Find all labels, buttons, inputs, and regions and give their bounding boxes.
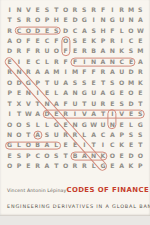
grid-cell: L	[42, 57, 51, 67]
grid-cell: L	[117, 25, 126, 35]
grid-cell: U	[117, 67, 126, 77]
grid-cell: E	[24, 57, 33, 67]
grid-cell: O	[61, 36, 70, 46]
grid-cell: L	[14, 140, 23, 150]
grid-cell: E	[126, 140, 135, 150]
grid-cell: F	[52, 36, 61, 46]
grid-cell: I	[5, 5, 14, 15]
grid-cell: O	[52, 46, 61, 56]
grid-cell: E	[126, 109, 135, 119]
grid-cell: A	[117, 161, 126, 171]
grid-cell: L	[89, 161, 98, 171]
grid-cell: U	[89, 88, 98, 98]
grid-cell: F	[61, 57, 70, 67]
grid-cell: S	[14, 15, 23, 25]
grid-cell: R	[136, 67, 145, 77]
book-cover: INVESTORSRFIRMSTSROPHEDGINGUNARCODESDCAS…	[0, 0, 150, 225]
grid-cell: N	[89, 57, 98, 67]
grid-cell: A	[52, 99, 61, 109]
grid-cell: S	[70, 78, 79, 88]
grid-cell: E	[52, 109, 61, 119]
grid-cell: S	[80, 5, 89, 15]
grid-cell: K	[136, 78, 145, 88]
grid-cell: N	[108, 46, 117, 56]
grid-cell: R	[33, 46, 42, 56]
grid-cell: O	[136, 151, 145, 161]
grid-cell: R	[108, 36, 117, 46]
grid-cell: T	[98, 78, 107, 88]
grid-cell: R	[33, 161, 42, 171]
grid-cell: T	[98, 109, 107, 119]
grid-cell: T	[136, 99, 145, 109]
grid-cell: E	[108, 99, 117, 109]
grid-cell: R	[52, 57, 61, 67]
grid-cell: O	[108, 151, 117, 161]
grid-cell: D	[126, 67, 135, 77]
grid-cell: I	[108, 5, 117, 15]
grid-cell: K	[126, 161, 135, 171]
grid-cell: I	[70, 109, 79, 119]
grid-cell: L	[33, 119, 42, 129]
grid-cell: E	[70, 140, 79, 150]
grid-cell: K	[98, 151, 107, 161]
grid-cell: P	[42, 15, 51, 25]
grid-cell: G	[136, 119, 145, 129]
grid-cell: W	[136, 25, 145, 35]
grid-cell: U	[70, 99, 79, 109]
grid-cell: O	[42, 151, 51, 161]
grid-cell: E	[5, 57, 14, 67]
grid-cell: N	[126, 15, 135, 25]
grid-cell: S	[14, 151, 23, 161]
grid-cell: S	[52, 151, 61, 161]
grid-cell: C	[33, 151, 42, 161]
grid-cell: H	[98, 25, 107, 35]
grid-cell: A	[42, 161, 51, 171]
grid-cell: E	[108, 161, 117, 171]
grid-cell: T	[136, 140, 145, 150]
grid-cell: C	[70, 25, 79, 35]
grid-cell: T	[80, 99, 89, 109]
grid-cell: V	[24, 5, 33, 15]
grid-cell: A	[98, 46, 107, 56]
grid-cell: I	[80, 140, 89, 150]
grid-cell: B	[70, 151, 79, 161]
grid-cell: T	[42, 78, 51, 88]
grid-cell: A	[89, 109, 98, 119]
byline-row: Vincent Antonin Lépinay CODES OF FINANCE	[0, 186, 150, 196]
grid-cell: C	[98, 130, 107, 140]
grid-cell: I	[80, 57, 89, 67]
grid-cell: E	[126, 57, 135, 67]
grid-cell: U	[42, 46, 51, 56]
grid-cell: P	[117, 130, 126, 140]
grid-cell: S	[80, 78, 89, 88]
grid-cell: E	[89, 78, 98, 88]
grid-cell: P	[14, 161, 23, 171]
grid-cell: S	[136, 5, 145, 15]
grid-cell: T	[52, 161, 61, 171]
grid-cell: S	[108, 78, 117, 88]
grid-cell: A	[33, 109, 42, 119]
grid-cell: R	[5, 25, 14, 35]
grid-cell: N	[5, 130, 14, 140]
grid-cell: A	[42, 140, 51, 150]
grid-cell: O	[5, 78, 14, 88]
grid-cell: A	[89, 130, 98, 140]
grid-cell: G	[108, 88, 117, 98]
grid-cell: E	[42, 88, 51, 98]
grid-cell: E	[33, 36, 42, 46]
grid-cell: T	[52, 5, 61, 15]
grid-cell: R	[98, 99, 107, 109]
grid-cell: U	[117, 15, 126, 25]
grid-cell: W	[24, 109, 33, 119]
grid-cell: O	[61, 5, 70, 15]
grid-cell: R	[24, 67, 33, 77]
grid-cell: C	[42, 36, 51, 46]
grid-cell: A	[5, 36, 14, 46]
grid-cell: R	[80, 161, 89, 171]
grid-cell: G	[108, 15, 117, 25]
grid-cell: N	[89, 151, 98, 161]
grid-cell: M	[126, 5, 135, 15]
grid-cell: N	[108, 119, 117, 129]
grid-cell: N	[24, 88, 33, 98]
grid-cell: G	[24, 78, 33, 88]
word-search-grid: INVESTORSRFIRMSTSROPHEDGINGUNARCODESDCAS…	[5, 5, 145, 172]
grid-cell: E	[42, 25, 51, 35]
grid-cell: T	[5, 99, 14, 109]
grid-cell: N	[108, 57, 117, 67]
grid-cell: E	[24, 161, 33, 171]
grid-cell: O	[14, 36, 23, 46]
grid-cell: K	[117, 140, 126, 150]
grid-cell: S	[126, 46, 135, 56]
grid-cell: S	[52, 25, 61, 35]
grid-cell: T	[5, 15, 14, 25]
grid-cell: A	[42, 67, 51, 77]
grid-cell: S	[42, 130, 51, 140]
grid-cell: L	[126, 119, 135, 129]
grid-cell: E	[5, 151, 14, 161]
grid-cell: G	[80, 119, 89, 129]
grid-cell: G	[80, 15, 89, 25]
grid-cell: S	[42, 5, 51, 15]
grid-cell: I	[14, 57, 23, 67]
grid-cell: G	[52, 119, 61, 129]
grid-cell: T	[89, 140, 98, 150]
grid-cell: L	[52, 88, 61, 98]
grid-cell: O	[14, 119, 23, 129]
grid-cell: R	[117, 5, 126, 15]
grid-cell: O	[126, 25, 135, 35]
grid-cell: W	[89, 119, 98, 129]
grid-cell: A	[33, 130, 42, 140]
grid-cell: S	[24, 119, 33, 129]
grid-cell: F	[70, 57, 79, 67]
grid-cell: M	[126, 78, 135, 88]
grid-cell: C	[14, 25, 23, 35]
grid-cell: N	[98, 15, 107, 25]
grid-cell: K	[117, 46, 126, 56]
grid-cell: G	[98, 161, 107, 171]
grid-cell: D	[33, 25, 42, 35]
grid-cell: R	[70, 161, 79, 171]
grid-cell: F	[61, 99, 70, 109]
grid-cell: E	[117, 119, 126, 129]
grid-cell: E	[136, 36, 145, 46]
grid-cell: L	[42, 119, 51, 129]
book-subtitle: ENGINEERING DERIVATIVES IN A GLOBAL BANK	[0, 203, 150, 209]
grid-cell: U	[98, 119, 107, 129]
grid-cell: F	[24, 46, 33, 56]
grid-cell: I	[117, 36, 126, 46]
grid-cell: P	[98, 36, 107, 46]
grid-cell: O	[5, 161, 14, 171]
grid-cell: E	[80, 36, 89, 46]
book-title: CODES OF FINANCE	[66, 186, 149, 194]
grid-cell: R	[70, 5, 79, 15]
grid-cell: E	[14, 88, 23, 98]
grid-cell: V	[80, 109, 89, 119]
grid-cell: R	[14, 46, 23, 56]
grid-cell: A	[98, 57, 107, 67]
grid-cell: N	[70, 119, 79, 129]
grid-cell: A	[136, 57, 145, 67]
grid-cell: O	[14, 130, 23, 140]
grid-cell: N	[14, 5, 23, 15]
grid-cell: I	[5, 109, 14, 119]
grid-cell: S	[136, 130, 145, 140]
grid-cell: O	[5, 119, 14, 129]
grid-cell: S	[117, 99, 126, 109]
grid-cell: T	[24, 130, 33, 140]
grid-cell: C	[108, 140, 117, 150]
grid-cell: D	[14, 78, 23, 88]
grid-cell: I	[108, 109, 117, 119]
grid-cell: M	[52, 67, 61, 77]
grid-cell: E	[136, 88, 145, 98]
grid-cell: T	[33, 99, 42, 109]
grid-cell: U	[52, 78, 61, 88]
grid-cell: C	[117, 57, 126, 67]
grid-cell: A	[80, 151, 89, 161]
grid-cell: E	[117, 151, 126, 161]
grid-cell: R	[24, 15, 33, 25]
grid-cell: R	[61, 109, 70, 119]
grid-cell: G	[5, 140, 14, 150]
grid-cell: R	[5, 67, 14, 77]
grid-cell: X	[14, 99, 23, 109]
grid-cell: C	[126, 36, 135, 46]
grid-cell: R	[61, 130, 70, 140]
grid-cell: T	[14, 109, 23, 119]
grid-cell: F	[108, 25, 117, 35]
grid-cell: U	[89, 99, 98, 109]
grid-cell: A	[136, 15, 145, 25]
grid-cell: R	[89, 5, 98, 15]
grid-cell: N	[70, 88, 79, 98]
grid-cell: A	[98, 88, 107, 98]
grid-cell: F	[98, 5, 107, 15]
grid-cell: D	[61, 25, 70, 35]
grid-cell: B	[89, 46, 98, 56]
grid-cell: O	[117, 78, 126, 88]
grid-cell: P	[5, 88, 14, 98]
grid-cell: I	[33, 88, 42, 98]
grid-cell: S	[136, 109, 145, 119]
grid-cell: S	[70, 36, 79, 46]
grid-cell: O	[61, 161, 70, 171]
grid-cell: P	[24, 151, 33, 161]
grid-cell: R	[98, 67, 107, 77]
grid-cell: E	[70, 46, 79, 56]
grid-cell: F	[24, 36, 33, 46]
grid-cell: I	[98, 140, 107, 150]
grid-cell: M	[70, 67, 79, 77]
grid-cell: H	[52, 15, 61, 25]
grid-cell: G	[80, 88, 89, 98]
grid-cell: I	[61, 67, 70, 77]
grid-cell: L	[52, 140, 61, 150]
grid-cell: B	[33, 140, 42, 150]
author-name: Vincent Antonin Lépinay	[7, 188, 66, 193]
grid-cell: D	[70, 15, 79, 25]
grid-cell: F	[61, 46, 70, 56]
grid-cell: P	[33, 78, 42, 88]
grid-cell: F	[89, 67, 98, 77]
grid-cell: D	[42, 109, 51, 119]
grid-cell: O	[126, 88, 135, 98]
grid-cell: O	[33, 15, 42, 25]
grid-cell: F	[80, 67, 89, 77]
grid-cell: E	[61, 15, 70, 25]
grid-cell: A	[80, 25, 89, 35]
grid-cell: K	[89, 36, 98, 46]
grid-cell: V	[117, 109, 126, 119]
grid-cell: N	[14, 67, 23, 77]
grid-cell: E	[61, 140, 70, 150]
grid-cell: S	[89, 25, 98, 35]
grid-cell: R	[80, 46, 89, 56]
grid-cell: A	[108, 67, 117, 77]
grid-cell: O	[24, 25, 33, 35]
grid-cell: P	[136, 161, 145, 171]
grid-cell: N	[42, 99, 51, 109]
grid-cell: O	[24, 140, 33, 150]
grid-cell: A	[108, 130, 117, 140]
grid-cell: T	[61, 151, 70, 161]
grid-cell: V	[24, 99, 33, 109]
grid-cell: I	[89, 15, 98, 25]
grid-cell: A	[33, 67, 42, 77]
grid-cell: S	[126, 130, 135, 140]
grid-cell: R	[70, 130, 79, 140]
grid-cell: E	[117, 88, 126, 98]
grid-cell: D	[5, 46, 14, 56]
grid-cell: E	[61, 119, 70, 129]
grid-cell: U	[52, 130, 61, 140]
grid-cell: M	[136, 46, 145, 56]
grid-cell: L	[80, 130, 89, 140]
grid-cell: E	[33, 5, 42, 15]
grid-cell: D	[126, 151, 135, 161]
grid-cell: D	[126, 99, 135, 109]
grid-cell: C	[33, 57, 42, 67]
grid-cell: A	[61, 78, 70, 88]
grid-cell: A	[61, 88, 70, 98]
